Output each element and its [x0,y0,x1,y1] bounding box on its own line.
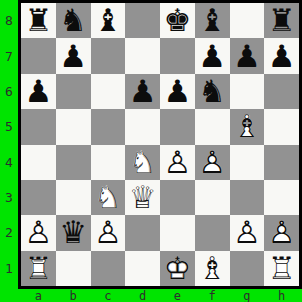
square-f8[interactable]: ♝ [195,3,230,38]
piece-white-pawn[interactable]: ♟♙ [21,215,56,250]
white-piece-outline-glyph: ♙ [91,215,126,250]
square-e2[interactable] [160,215,195,250]
square-b7[interactable]: ♟ [56,38,91,73]
square-d5[interactable] [125,109,160,144]
square-c3[interactable]: ♞♘ [91,180,126,215]
square-g7[interactable]: ♟ [230,38,265,73]
piece-white-queen[interactable]: ♛♕ [125,180,160,215]
square-g6[interactable] [230,74,265,109]
square-c4[interactable] [91,145,126,180]
square-b1[interactable] [56,251,91,286]
square-h4[interactable] [264,145,299,180]
rank-label-6: 6 [0,74,18,109]
piece-white-pawn[interactable]: ♟♙ [91,215,126,250]
piece-black-pawn[interactable]: ♟ [264,38,299,73]
square-a4[interactable] [21,145,56,180]
white-piece-outline-glyph: ♖ [264,251,299,286]
piece-black-pawn[interactable]: ♟ [160,74,195,109]
square-g2[interactable]: ♟♙ [230,215,265,250]
piece-black-pawn[interactable]: ♟ [125,74,160,109]
file-label-b: b [56,289,91,302]
piece-black-pawn[interactable]: ♟ [195,38,230,73]
file-label-e: e [160,289,195,302]
piece-black-pawn[interactable]: ♟ [56,38,91,73]
piece-black-queen[interactable]: ♛ [56,215,91,250]
square-b2[interactable]: ♛ [56,215,91,250]
square-f2[interactable] [195,215,230,250]
square-h7[interactable]: ♟ [264,38,299,73]
square-g8[interactable] [230,3,265,38]
chess-board: ♜♞♝♚♝♜♟♟♟♟♟♟♟♞♝♗♞♘♟♙♟♙♞♘♛♕♟♙♛♟♙♟♙♟♙♜♖♚♔♝… [18,0,302,289]
square-h2[interactable]: ♟♙ [264,215,299,250]
square-f5[interactable] [195,109,230,144]
square-c6[interactable] [91,74,126,109]
piece-black-knight[interactable]: ♞ [56,3,91,38]
white-piece-outline-glyph: ♕ [125,180,160,215]
square-b4[interactable] [56,145,91,180]
piece-black-pawn[interactable]: ♟ [230,38,265,73]
rank-label-3: 3 [0,180,18,215]
square-c2[interactable]: ♟♙ [91,215,126,250]
file-label-g: g [230,289,265,302]
piece-white-pawn[interactable]: ♟♙ [195,145,230,180]
white-piece-outline-glyph: ♖ [21,251,56,286]
piece-white-rook[interactable]: ♜♖ [21,251,56,286]
square-b3[interactable] [56,180,91,215]
piece-white-bishop[interactable]: ♝♗ [195,251,230,286]
rank-label-7: 7 [0,38,18,73]
piece-white-bishop[interactable]: ♝♗ [230,109,265,144]
rank-label-2: 2 [0,215,18,250]
square-e5[interactable] [160,109,195,144]
square-b8[interactable]: ♞ [56,3,91,38]
square-g5[interactable]: ♝♗ [230,109,265,144]
square-a6[interactable]: ♟ [21,74,56,109]
square-g4[interactable] [230,145,265,180]
square-c7[interactable] [91,38,126,73]
square-c8[interactable]: ♝ [91,3,126,38]
piece-white-knight[interactable]: ♞♘ [91,180,126,215]
piece-white-pawn[interactable]: ♟♙ [230,215,265,250]
square-b5[interactable] [56,109,91,144]
square-e3[interactable] [160,180,195,215]
rank-label-4: 4 [0,145,18,180]
square-f4[interactable]: ♟♙ [195,145,230,180]
square-a1[interactable]: ♜♖ [21,251,56,286]
square-g1[interactable] [230,251,265,286]
file-label-f: f [195,289,230,302]
white-piece-outline-glyph: ♙ [160,145,195,180]
white-piece-outline-glyph: ♔ [160,251,195,286]
rank-labels: 87654321 [0,0,18,289]
square-d1[interactable] [125,251,160,286]
square-f3[interactable] [195,180,230,215]
file-labels: abcdefgh [18,289,302,302]
piece-black-pawn[interactable]: ♟ [21,74,56,109]
square-f6[interactable]: ♞ [195,74,230,109]
square-f1[interactable]: ♝♗ [195,251,230,286]
square-h3[interactable] [264,180,299,215]
white-piece-outline-glyph: ♗ [195,251,230,286]
square-e8[interactable]: ♚ [160,3,195,38]
chess-board-screenshot: 87654321 ♜♞♝♚♝♜♟♟♟♟♟♟♟♞♝♗♞♘♟♙♟♙♞♘♛♕♟♙♛♟♙… [0,0,302,302]
file-label-h: h [264,289,299,302]
piece-white-pawn[interactable]: ♟♙ [264,215,299,250]
piece-black-knight[interactable]: ♞ [195,74,230,109]
square-b6[interactable] [56,74,91,109]
square-a3[interactable] [21,180,56,215]
square-e6[interactable]: ♟ [160,74,195,109]
piece-black-rook[interactable]: ♜ [264,3,299,38]
piece-black-bishop[interactable]: ♝ [91,3,126,38]
file-label-d: d [125,289,160,302]
square-d8[interactable] [125,3,160,38]
piece-white-pawn[interactable]: ♟♙ [160,145,195,180]
square-g3[interactable] [230,180,265,215]
piece-black-rook[interactable]: ♜ [21,3,56,38]
white-piece-outline-glyph: ♙ [264,215,299,250]
piece-white-king[interactable]: ♚♔ [160,251,195,286]
square-e4[interactable]: ♟♙ [160,145,195,180]
square-a7[interactable] [21,38,56,73]
rank-label-1: 1 [0,251,18,286]
white-piece-outline-glyph: ♘ [125,145,160,180]
file-label-c: c [91,289,126,302]
white-piece-outline-glyph: ♘ [91,180,126,215]
square-a2[interactable]: ♟♙ [21,215,56,250]
square-d3[interactable]: ♛♕ [125,180,160,215]
piece-black-king[interactable]: ♚ [160,3,195,38]
square-a5[interactable] [21,109,56,144]
square-h5[interactable] [264,109,299,144]
square-h6[interactable] [264,74,299,109]
white-piece-outline-glyph: ♙ [230,215,265,250]
piece-white-rook[interactable]: ♜♖ [264,251,299,286]
square-c1[interactable] [91,251,126,286]
white-piece-outline-glyph: ♙ [195,145,230,180]
square-d7[interactable] [125,38,160,73]
square-c5[interactable] [91,109,126,144]
file-label-a: a [21,289,56,302]
square-e7[interactable] [160,38,195,73]
rank-label-5: 5 [0,109,18,144]
square-d4[interactable]: ♞♘ [125,145,160,180]
square-e1[interactable]: ♚♔ [160,251,195,286]
square-f7[interactable]: ♟ [195,38,230,73]
piece-black-bishop[interactable]: ♝ [195,3,230,38]
rank-label-8: 8 [0,3,18,38]
square-d6[interactable]: ♟ [125,74,160,109]
square-a8[interactable]: ♜ [21,3,56,38]
white-piece-outline-glyph: ♗ [230,109,265,144]
square-d2[interactable] [125,215,160,250]
square-h1[interactable]: ♜♖ [264,251,299,286]
piece-white-knight[interactable]: ♞♘ [125,145,160,180]
white-piece-outline-glyph: ♙ [21,215,56,250]
square-h8[interactable]: ♜ [264,3,299,38]
